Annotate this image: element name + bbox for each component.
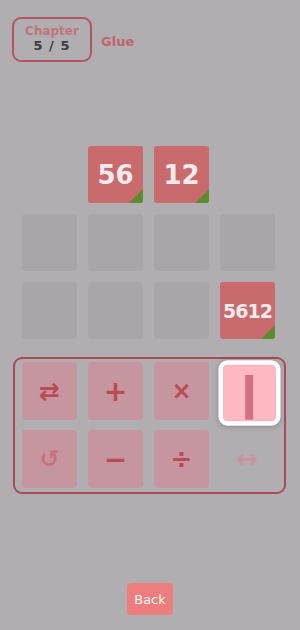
- rotate-ccw-icon: ↺: [39, 445, 59, 473]
- multiply-operator-button[interactable]: ×: [154, 362, 209, 420]
- horizontal-arrow-icon: ↔: [237, 444, 259, 474]
- back-button[interactable]: Back: [127, 583, 173, 615]
- board-cell-r1c0: [22, 214, 77, 271]
- board: 56 12 5612: [22, 146, 275, 339]
- board-slot-r0c1: 56: [88, 146, 143, 203]
- tile-corner-flag-icon: [261, 325, 275, 339]
- stretch-operator-button-disabled[interactable]: ↔: [220, 430, 275, 488]
- board-cell-r1c2: [154, 214, 209, 271]
- tile-corner-flag-icon: [195, 189, 209, 203]
- tile-5612[interactable]: 5612: [220, 282, 275, 339]
- glue-operator-button-selected[interactable]: |: [218, 360, 280, 426]
- board-slot-r0c0: [22, 146, 77, 203]
- operations-panel: ⇄ + × | ↺ − ÷ ↔: [13, 357, 286, 494]
- subtract-operator-button[interactable]: −: [88, 430, 143, 488]
- divide-icon: ÷: [171, 444, 193, 474]
- chapter-value: 5 / 5: [34, 39, 71, 54]
- board-slot-r0c3: [220, 146, 275, 203]
- plus-icon: +: [104, 375, 127, 408]
- rotate-operator-button[interactable]: ↺: [22, 430, 77, 488]
- board-slot-r2c3: 5612: [220, 282, 275, 339]
- chapter-badge[interactable]: Chapter 5 / 5: [12, 17, 92, 62]
- board-cell-r1c3: [220, 214, 275, 271]
- add-operator-button[interactable]: +: [88, 362, 143, 420]
- board-cell-r2c2: [154, 282, 209, 339]
- board-cell-r2c0: [22, 282, 77, 339]
- swap-operator-button[interactable]: ⇄: [22, 362, 77, 420]
- swap-arrows-icon: ⇄: [39, 377, 60, 406]
- minus-icon: −: [104, 443, 127, 476]
- multiply-icon: ×: [171, 377, 191, 405]
- board-slot-r0c2: 12: [154, 146, 209, 203]
- tile-value: 12: [163, 160, 199, 190]
- board-cell-r2c1: [88, 282, 143, 339]
- board-cell-r1c1: [88, 214, 143, 271]
- vertical-bar-icon: |: [236, 367, 262, 419]
- chapter-label: Chapter: [25, 25, 79, 39]
- back-button-label: Back: [134, 592, 166, 607]
- level-title: Glue: [101, 34, 134, 49]
- tile-value: 56: [97, 160, 133, 190]
- tile-value: 5612: [223, 300, 272, 322]
- tile-56[interactable]: 56: [88, 146, 143, 203]
- tile-12[interactable]: 12: [154, 146, 209, 203]
- operations-grid: ⇄ + × | ↺ − ÷ ↔: [22, 362, 277, 488]
- tile-corner-flag-icon: [129, 189, 143, 203]
- divide-operator-button[interactable]: ÷: [154, 430, 209, 488]
- game-screen: Chapter 5 / 5 Glue 56 12: [0, 0, 300, 630]
